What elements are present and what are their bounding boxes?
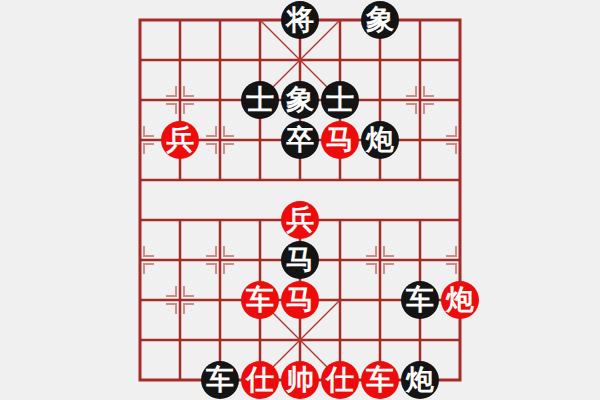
piece-red-horse[interactable]: 马 (281, 281, 319, 319)
piece-red-advisor[interactable]: 仕 (241, 361, 279, 399)
piece-black-elephant[interactable]: 象 (361, 1, 399, 39)
piece-black-elephant[interactable]: 象 (281, 81, 319, 119)
pieces-layer: 将象士象士兵卒马炮兵马车马车炮车仕帅仕车炮 (0, 0, 600, 400)
piece-black-general[interactable]: 将 (281, 1, 319, 39)
xiangqi-app: 将象士象士兵卒马炮兵马车马车炮车仕帅仕车炮 (0, 0, 600, 400)
piece-black-soldier[interactable]: 卒 (281, 121, 319, 159)
piece-black-chariot[interactable]: 车 (201, 361, 239, 399)
piece-red-chariot[interactable]: 车 (241, 281, 279, 319)
piece-red-cannon[interactable]: 炮 (441, 281, 479, 319)
piece-red-soldier[interactable]: 兵 (281, 201, 319, 239)
piece-red-general[interactable]: 帅 (281, 361, 319, 399)
piece-black-advisor[interactable]: 士 (321, 81, 359, 119)
piece-black-chariot[interactable]: 车 (401, 281, 439, 319)
piece-black-cannon[interactable]: 炮 (401, 361, 439, 399)
piece-red-chariot[interactable]: 车 (361, 361, 399, 399)
piece-red-soldier[interactable]: 兵 (161, 121, 199, 159)
piece-red-horse[interactable]: 马 (321, 121, 359, 159)
piece-red-advisor[interactable]: 仕 (321, 361, 359, 399)
piece-black-horse[interactable]: 马 (281, 241, 319, 279)
piece-black-advisor[interactable]: 士 (241, 81, 279, 119)
piece-black-cannon[interactable]: 炮 (361, 121, 399, 159)
